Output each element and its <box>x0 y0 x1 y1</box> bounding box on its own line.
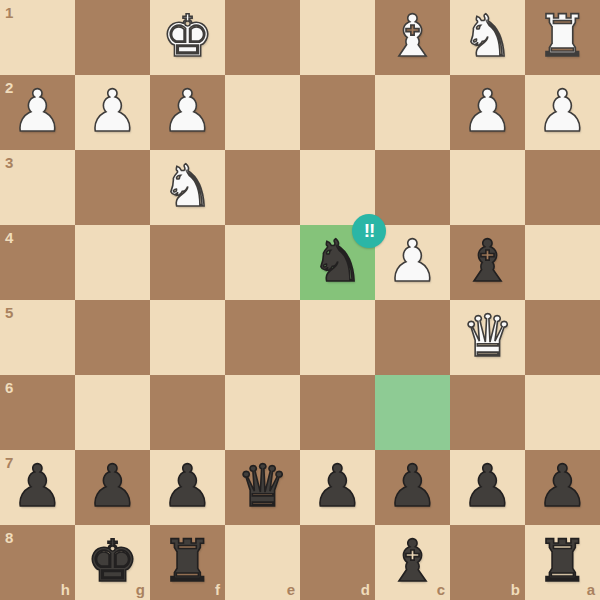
black-king[interactable]: ♚ <box>75 525 150 600</box>
square-a6[interactable] <box>525 375 600 450</box>
square-e6[interactable] <box>225 375 300 450</box>
square-a2[interactable]: ♟ <box>525 75 600 150</box>
rank-label-4: 4 <box>5 229 13 246</box>
black-pawn[interactable]: ♟ <box>300 450 375 525</box>
square-f5[interactable] <box>150 300 225 375</box>
square-c4[interactable]: ♟ <box>375 225 450 300</box>
square-e7[interactable]: ♛ <box>225 450 300 525</box>
square-c7[interactable]: ♟ <box>375 450 450 525</box>
rank-label-8: 8 <box>5 529 13 546</box>
square-b5[interactable]: ♛ <box>450 300 525 375</box>
rank-label-1: 1 <box>5 4 13 21</box>
square-h3[interactable]: 3 <box>0 150 75 225</box>
square-d8[interactable]: d <box>300 525 375 600</box>
square-g7[interactable]: ♟ <box>75 450 150 525</box>
square-g3[interactable] <box>75 150 150 225</box>
square-e2[interactable] <box>225 75 300 150</box>
black-pawn[interactable]: ♟ <box>375 450 450 525</box>
white-rook[interactable]: ♜ <box>525 0 600 75</box>
square-h2[interactable]: 2♟ <box>0 75 75 150</box>
rank-label-5: 5 <box>5 304 13 321</box>
black-pawn[interactable]: ♟ <box>75 450 150 525</box>
white-queen[interactable]: ♛ <box>450 300 525 375</box>
white-knight[interactable]: ♞ <box>450 0 525 75</box>
square-e1[interactable] <box>225 0 300 75</box>
white-pawn[interactable]: ♟ <box>75 75 150 150</box>
black-rook[interactable]: ♜ <box>150 525 225 600</box>
square-f4[interactable] <box>150 225 225 300</box>
square-d2[interactable] <box>300 75 375 150</box>
square-h7[interactable]: 7♟ <box>0 450 75 525</box>
square-a3[interactable] <box>525 150 600 225</box>
rank-label-6: 6 <box>5 379 13 396</box>
square-b8[interactable]: b <box>450 525 525 600</box>
square-f1[interactable]: ♚ <box>150 0 225 75</box>
square-h5[interactable]: 5 <box>0 300 75 375</box>
square-f2[interactable]: ♟ <box>150 75 225 150</box>
black-bishop[interactable]: ♝ <box>450 225 525 300</box>
square-h8[interactable]: 8h <box>0 525 75 600</box>
square-b6[interactable] <box>450 375 525 450</box>
square-c1[interactable]: ♝ <box>375 0 450 75</box>
square-g5[interactable] <box>75 300 150 375</box>
square-f7[interactable]: ♟ <box>150 450 225 525</box>
file-label-b: b <box>511 581 520 598</box>
square-b7[interactable]: ♟ <box>450 450 525 525</box>
chess-board: 1♚♝♞♜2♟♟♟♟♟3♞4♞!!♟♝5♛67♟♟♟♛♟♟♟♟8hg♚f♜edc… <box>0 0 600 600</box>
square-d5[interactable] <box>300 300 375 375</box>
black-bishop[interactable]: ♝ <box>375 525 450 600</box>
square-h4[interactable]: 4 <box>0 225 75 300</box>
square-c3[interactable] <box>375 150 450 225</box>
square-a7[interactable]: ♟ <box>525 450 600 525</box>
square-d1[interactable] <box>300 0 375 75</box>
square-g6[interactable] <box>75 375 150 450</box>
black-rook[interactable]: ♜ <box>525 525 600 600</box>
square-f6[interactable] <box>150 375 225 450</box>
black-pawn[interactable]: ♟ <box>150 450 225 525</box>
black-pawn[interactable]: ♟ <box>525 450 600 525</box>
white-pawn[interactable]: ♟ <box>0 75 75 150</box>
square-b3[interactable] <box>450 150 525 225</box>
black-pawn[interactable]: ♟ <box>450 450 525 525</box>
square-c2[interactable] <box>375 75 450 150</box>
white-bishop[interactable]: ♝ <box>375 0 450 75</box>
square-e8[interactable]: e <box>225 525 300 600</box>
square-c8[interactable]: c♝ <box>375 525 450 600</box>
square-b4[interactable]: ♝ <box>450 225 525 300</box>
square-d6[interactable] <box>300 375 375 450</box>
square-c5[interactable] <box>375 300 450 375</box>
file-label-h: h <box>61 581 70 598</box>
square-d7[interactable]: ♟ <box>300 450 375 525</box>
square-c6[interactable] <box>375 375 450 450</box>
square-f8[interactable]: f♜ <box>150 525 225 600</box>
white-pawn[interactable]: ♟ <box>150 75 225 150</box>
square-h6[interactable]: 6 <box>0 375 75 450</box>
square-g4[interactable] <box>75 225 150 300</box>
square-a8[interactable]: a♜ <box>525 525 600 600</box>
white-pawn[interactable]: ♟ <box>375 225 450 300</box>
square-e4[interactable] <box>225 225 300 300</box>
file-label-e: e <box>287 581 295 598</box>
rank-label-3: 3 <box>5 154 13 171</box>
black-pawn[interactable]: ♟ <box>0 450 75 525</box>
black-queen[interactable]: ♛ <box>225 450 300 525</box>
square-b1[interactable]: ♞ <box>450 0 525 75</box>
square-a5[interactable] <box>525 300 600 375</box>
square-g8[interactable]: g♚ <box>75 525 150 600</box>
square-a1[interactable]: ♜ <box>525 0 600 75</box>
square-e3[interactable] <box>225 150 300 225</box>
square-f3[interactable]: ♞ <box>150 150 225 225</box>
white-knight[interactable]: ♞ <box>150 150 225 225</box>
square-g2[interactable]: ♟ <box>75 75 150 150</box>
square-d4[interactable]: ♞!! <box>300 225 375 300</box>
white-pawn[interactable]: ♟ <box>450 75 525 150</box>
brilliant-move-badge: !! <box>352 214 386 248</box>
file-label-d: d <box>361 581 370 598</box>
square-b2[interactable]: ♟ <box>450 75 525 150</box>
square-g1[interactable] <box>75 0 150 75</box>
white-pawn[interactable]: ♟ <box>525 75 600 150</box>
square-a4[interactable] <box>525 225 600 300</box>
square-h1[interactable]: 1 <box>0 0 75 75</box>
square-e5[interactable] <box>225 300 300 375</box>
white-king[interactable]: ♚ <box>150 0 225 75</box>
